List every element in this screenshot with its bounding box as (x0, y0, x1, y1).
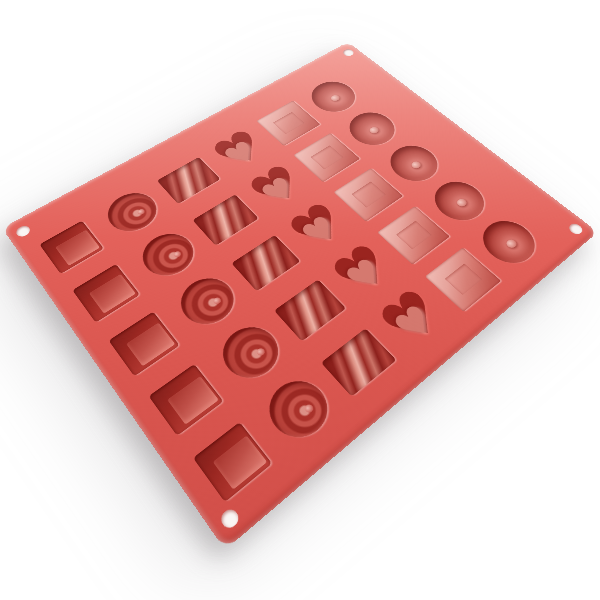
corner-hole (341, 48, 355, 57)
mold-cast-shadow: ♥♥♥♥♥♥♥♥♥♥ (0, 0, 600, 600)
corner-hole (14, 224, 32, 239)
product-photo-scene: ♥♥♥♥♥♥♥♥♥♥ (0, 0, 600, 600)
cavity-grid: ♥♥♥♥♥♥♥♥♥♥ (24, 70, 556, 524)
square-cavity (193, 422, 272, 502)
silicone-mold-tray: ♥♥♥♥♥♥♥♥♥♥ (2, 42, 598, 550)
corner-hole (567, 222, 585, 236)
